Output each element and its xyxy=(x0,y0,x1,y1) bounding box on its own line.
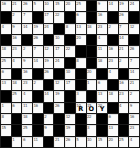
cell-number: 7 xyxy=(34,46,36,51)
cell-number: 16 xyxy=(119,80,123,85)
cell[interactable]: 11 xyxy=(22,103,32,113)
cell[interactable]: 4 xyxy=(108,69,118,79)
cell-number: 9 xyxy=(130,103,132,108)
cell-number: 17 xyxy=(44,12,48,17)
cell[interactable]: 16 xyxy=(22,69,32,79)
cell-number: 16 xyxy=(12,35,16,40)
cell[interactable]: 23 xyxy=(129,125,139,135)
cell-number: 17 xyxy=(55,46,59,51)
cell-number: 16 xyxy=(98,12,102,17)
cell[interactable]: 16 xyxy=(33,103,43,113)
cell-number: 23 xyxy=(108,58,112,63)
cell-number: 20 xyxy=(87,69,91,74)
cell[interactable]: 25 xyxy=(76,1,86,11)
cell-number: 23 xyxy=(23,80,27,85)
black-cell xyxy=(87,1,97,11)
cell[interactable]: 19 xyxy=(44,58,54,68)
cell[interactable]: 18 xyxy=(1,46,11,56)
cell[interactable]: 4 xyxy=(129,137,139,147)
cell-number: 2 xyxy=(12,12,14,17)
cell-number: 4 xyxy=(108,69,110,74)
black-cell xyxy=(1,137,11,147)
cell-number: 13 xyxy=(76,24,80,29)
cell-number: 7 xyxy=(130,58,132,63)
cell-number: 12 xyxy=(130,24,134,29)
cell-number: 19 xyxy=(34,24,38,29)
cell-number: 15 xyxy=(55,1,59,6)
black-cell xyxy=(65,35,75,45)
cell[interactable]: 14 xyxy=(129,69,139,79)
cell-number: 12 xyxy=(44,46,48,51)
cell-number: 24 xyxy=(55,58,59,63)
cell[interactable]: 5 xyxy=(76,137,86,147)
cell[interactable]: 24 xyxy=(129,1,139,11)
cell-number: 21 xyxy=(12,1,16,6)
cell[interactable]: 10 xyxy=(87,137,97,147)
cell-number: 26 xyxy=(23,1,27,6)
cell-number: 16 xyxy=(108,46,112,51)
black-cell xyxy=(65,58,75,68)
cell-number: 25 xyxy=(119,137,123,142)
cell[interactable]: 9 xyxy=(44,125,54,135)
cell[interactable]: 2 xyxy=(12,12,22,22)
cell-number: 3 xyxy=(87,125,89,130)
black-cell xyxy=(54,125,64,135)
cell[interactable]: 24 xyxy=(44,24,54,34)
cell[interactable]: 6 xyxy=(22,137,32,147)
cell-number: 2 xyxy=(130,91,132,96)
cell-number: 9 xyxy=(23,58,25,63)
black-cell xyxy=(97,114,107,124)
cell-number: 17 xyxy=(66,80,70,85)
cell[interactable]: 16 xyxy=(108,46,118,56)
cell-number: 7 xyxy=(23,12,25,17)
cell[interactable]: 20 xyxy=(76,35,86,45)
cell-number: 6 xyxy=(98,80,100,85)
cell[interactable]: 5 xyxy=(33,1,43,11)
black-cell xyxy=(22,35,32,45)
cell[interactable]: 19 xyxy=(119,1,129,11)
black-cell xyxy=(44,103,54,113)
cell[interactable]: 4 xyxy=(12,58,22,68)
cell-number: 20 xyxy=(108,137,112,142)
cell-number: 9 xyxy=(44,125,46,130)
cell[interactable]: 24 xyxy=(54,58,64,68)
cell[interactable]: 6 xyxy=(12,103,22,113)
cell-number: 14 xyxy=(34,58,38,63)
cell[interactable]: 10R xyxy=(76,103,86,113)
cell[interactable]: 9 xyxy=(12,24,22,34)
cell[interactable]: 21 xyxy=(54,137,64,147)
cell[interactable]: 26 xyxy=(22,1,32,11)
cell-number: 3 xyxy=(76,91,78,96)
cell-number: 16 xyxy=(130,114,134,119)
cell-number: 22 xyxy=(87,114,91,119)
cell[interactable]: 21 xyxy=(119,46,129,56)
cell[interactable]: 12 xyxy=(44,46,54,56)
black-cell xyxy=(54,24,64,34)
cell[interactable]: 13 xyxy=(108,125,118,135)
cell-number: 18 xyxy=(98,58,102,63)
cell[interactable]: 23 xyxy=(12,46,22,56)
cell[interactable]: 17 xyxy=(44,12,54,22)
cell-number: 21 xyxy=(119,46,123,51)
cell-number: 18 xyxy=(12,80,16,85)
cell-number: 10 xyxy=(55,35,59,40)
cell-number: 25 xyxy=(12,91,16,96)
cell[interactable]: 2 xyxy=(119,58,129,68)
black-cell xyxy=(33,114,43,124)
cell[interactable]: 21 xyxy=(12,1,22,11)
cell[interactable]: 18 xyxy=(12,80,22,90)
cell-number: 11 xyxy=(23,103,27,108)
cell[interactable]: 10 xyxy=(54,35,64,45)
black-cell xyxy=(1,35,11,45)
cell-number: 15 xyxy=(2,125,6,130)
cell-number: 25 xyxy=(2,58,6,63)
cell[interactable]: 20Y xyxy=(97,103,107,113)
cell[interactable]: 4 xyxy=(1,24,11,34)
cell-number: 19 xyxy=(66,125,70,130)
cell-number: 14 xyxy=(130,69,134,74)
cell-letter: O xyxy=(87,106,97,113)
black-cell xyxy=(76,46,86,56)
cell[interactable]: 19 xyxy=(65,125,75,135)
cell-number: 14 xyxy=(108,1,112,6)
cell[interactable]: 26 xyxy=(44,69,54,79)
cell-number: 9 xyxy=(98,1,100,6)
cell-number: 18 xyxy=(108,91,112,96)
cell-number: 19 xyxy=(119,1,123,6)
cell-number: 23 xyxy=(98,24,102,29)
black-cell xyxy=(76,80,86,90)
cell[interactable]: 25 xyxy=(12,91,22,101)
cell-number: 23 xyxy=(12,46,16,51)
cell-number: 16 xyxy=(23,69,27,74)
cell-number: 13 xyxy=(2,80,6,85)
cell-number: 5 xyxy=(76,137,78,142)
black-cell xyxy=(54,69,64,79)
cell[interactable]: 12 xyxy=(54,80,64,90)
cell[interactable]: 26 xyxy=(129,46,139,56)
cell[interactable]: 26 xyxy=(65,137,75,147)
cell[interactable]: 23 xyxy=(22,80,32,90)
codeword-grid: 1621265101520259141924271722616264914192… xyxy=(0,0,140,148)
cell-number: 25 xyxy=(76,1,80,6)
cell[interactable]: 7 xyxy=(119,24,129,34)
cell[interactable]: 26 xyxy=(119,12,129,22)
cell[interactable]: 14 xyxy=(119,35,129,45)
cell[interactable]: 12 xyxy=(129,24,139,34)
cell-number: 23 xyxy=(119,91,123,96)
cell-number: 12 xyxy=(66,114,70,119)
cell[interactable]: 9 xyxy=(129,103,139,113)
cell[interactable]: 7 xyxy=(33,46,43,56)
cell-number: 19 xyxy=(44,58,48,63)
cell-number: 2 xyxy=(34,80,36,85)
cell-number: 8 xyxy=(76,58,78,63)
cell[interactable]: 7 xyxy=(22,12,32,22)
cell[interactable]: 14 xyxy=(108,1,118,11)
cell-letter: Y xyxy=(97,106,107,113)
cell[interactable]: 1 xyxy=(87,80,97,90)
black-cell xyxy=(119,69,129,79)
black-cell xyxy=(76,125,86,135)
black-cell xyxy=(87,46,97,56)
cell[interactable]: 15 xyxy=(1,125,11,135)
cell[interactable]: 16 xyxy=(129,114,139,124)
cell-number: 23 xyxy=(130,125,134,130)
cell-number: 4 xyxy=(130,137,132,142)
cell-number: 6 xyxy=(108,114,110,119)
cell-number: 20 xyxy=(76,35,80,40)
black-cell xyxy=(33,69,43,79)
cell[interactable]: 16 xyxy=(119,80,129,90)
cell[interactable]: 3 xyxy=(87,125,97,135)
cell-number: 18 xyxy=(23,114,27,119)
cell-number: 8 xyxy=(2,114,4,119)
black-cell xyxy=(87,35,97,45)
cell-number: 16 xyxy=(2,1,6,6)
cell[interactable]: 6 xyxy=(97,80,107,90)
cell[interactable]: 2 xyxy=(33,80,43,90)
cell[interactable]: 8 xyxy=(1,114,11,124)
cell[interactable]: 11 xyxy=(97,46,107,56)
black-cell xyxy=(44,80,54,90)
cell[interactable]: 10 xyxy=(65,69,75,79)
black-cell xyxy=(119,125,129,135)
black-cell xyxy=(65,12,75,22)
cell-number: 15 xyxy=(98,137,102,142)
cell-number: 4 xyxy=(98,35,100,40)
black-cell xyxy=(33,91,43,101)
cell-number: 14 xyxy=(23,24,27,29)
black-cell xyxy=(12,69,22,79)
cell-number: 25 xyxy=(23,125,27,130)
cell-number: 10 xyxy=(87,137,91,142)
cell-number: 26 xyxy=(34,35,38,40)
cell[interactable]: 7 xyxy=(129,58,139,68)
cell[interactable]: 14 xyxy=(22,24,32,34)
cell[interactable]: 16 xyxy=(97,12,107,22)
cell[interactable]: 12 xyxy=(65,114,75,124)
cell[interactable]: 6 xyxy=(76,12,86,22)
cell-number: 11 xyxy=(98,46,102,51)
cell[interactable]: 2 xyxy=(22,46,32,56)
cell[interactable]: 25 xyxy=(119,137,129,147)
cell[interactable]: 4 xyxy=(22,91,32,101)
cell[interactable]: 2 xyxy=(108,24,118,34)
cell[interactable]: 3 xyxy=(76,91,86,101)
cell[interactable]: 20 xyxy=(65,1,75,11)
black-cell xyxy=(108,103,118,113)
cell[interactable]: 19 xyxy=(54,91,64,101)
cell-number: 22 xyxy=(55,12,59,17)
cell[interactable]: 1 xyxy=(12,137,22,147)
cell-number: 26 xyxy=(119,12,123,17)
cell-number: 2 xyxy=(44,114,46,119)
cell-number: 8 xyxy=(66,24,68,29)
cell-number: 6 xyxy=(2,69,4,74)
cell-number: 5 xyxy=(34,1,36,6)
cell-letter: R xyxy=(76,106,86,113)
cell-number: 4 xyxy=(12,58,14,63)
cell[interactable]: 10 xyxy=(44,1,54,11)
cell[interactable]: 1 xyxy=(1,103,11,113)
black-cell xyxy=(97,69,107,79)
cell-number: 10 xyxy=(44,1,48,6)
cell-number: 4 xyxy=(23,91,25,96)
cell[interactable]: 15 xyxy=(97,137,107,147)
black-cell xyxy=(54,114,64,124)
cell[interactable]: 22 xyxy=(65,46,75,56)
black-cell xyxy=(44,137,54,147)
black-cell xyxy=(76,69,86,79)
cell[interactable]: 2 xyxy=(129,91,139,101)
black-cell xyxy=(12,114,22,124)
cell[interactable]: 19 xyxy=(33,24,43,34)
cell[interactable]: 15 xyxy=(54,1,64,11)
cell-number: 12 xyxy=(55,80,59,85)
black-cell xyxy=(33,12,43,22)
cell[interactable]: 23 xyxy=(108,58,118,68)
cell-number: 14 xyxy=(119,35,123,40)
black-cell xyxy=(87,58,97,68)
cell-number: 6 xyxy=(76,12,78,17)
cell[interactable]: 14 xyxy=(33,58,43,68)
cell-number: 26 xyxy=(44,69,48,74)
cell[interactable]: 20 xyxy=(87,69,97,79)
black-cell xyxy=(65,91,75,101)
black-cell xyxy=(108,35,118,45)
cell[interactable]: 15O xyxy=(87,103,97,113)
black-cell xyxy=(76,114,86,124)
black-cell xyxy=(87,91,97,101)
cell[interactable]: 17 xyxy=(65,80,75,90)
cell-number: 26 xyxy=(130,46,134,51)
cell[interactable]: 14 xyxy=(44,91,54,101)
cell[interactable]: 13 xyxy=(97,91,107,101)
black-cell xyxy=(108,80,118,90)
cell-number: 2 xyxy=(108,24,110,29)
cell[interactable]: 9 xyxy=(97,1,107,11)
cell[interactable]: 23 xyxy=(97,24,107,34)
black-cell xyxy=(1,12,11,22)
cell-number: 4 xyxy=(2,24,4,29)
cell[interactable]: 21 xyxy=(129,80,139,90)
cell[interactable]: 8 xyxy=(65,24,75,34)
cell-number: 26 xyxy=(55,103,59,108)
cell-number: 21 xyxy=(130,80,134,85)
cell-number: 21 xyxy=(55,137,59,142)
cell[interactable]: 18 xyxy=(87,24,97,34)
cell[interactable]: 17 xyxy=(54,46,64,56)
black-cell xyxy=(33,125,43,135)
cell-number: 1 xyxy=(2,103,4,108)
cell-number: 6 xyxy=(23,137,25,142)
cell[interactable]: 4 xyxy=(97,35,107,45)
cell[interactable]: 26 xyxy=(54,103,64,113)
cell[interactable]: 4 xyxy=(119,103,129,113)
cell[interactable]: 22 xyxy=(87,114,97,124)
cell-number: 14 xyxy=(44,91,48,96)
cell[interactable]: 16 xyxy=(12,35,22,45)
cell-number: 7 xyxy=(119,24,121,29)
black-cell xyxy=(12,125,22,135)
cell-number: 6 xyxy=(12,103,14,108)
cell[interactable]: 26 xyxy=(33,35,43,45)
cell-number: 18 xyxy=(2,46,6,51)
cell-number: 1 xyxy=(87,80,89,85)
cell-number: 19 xyxy=(55,91,59,96)
cell[interactable]: 18 xyxy=(97,58,107,68)
cell-number: 13 xyxy=(98,91,102,96)
cell[interactable]: 13 xyxy=(76,24,86,34)
cell[interactable]: 25 xyxy=(1,58,11,68)
cell-number: 22 xyxy=(66,46,70,51)
cell[interactable]: 18 xyxy=(22,114,32,124)
black-cell xyxy=(1,91,11,101)
cell-number: 2 xyxy=(23,46,25,51)
black-cell xyxy=(87,12,97,22)
cell-number: 24 xyxy=(130,1,134,6)
cell-number: 11 xyxy=(34,137,38,142)
cell[interactable]: 2 xyxy=(44,114,54,124)
cell[interactable]: 6 xyxy=(108,114,118,124)
black-cell xyxy=(65,103,75,113)
cell-number: 4 xyxy=(119,103,121,108)
cell-number: 9 xyxy=(12,24,14,29)
cell[interactable]: 16 xyxy=(1,1,11,11)
cell-number: 20 xyxy=(66,1,70,6)
black-cell xyxy=(97,125,107,135)
black-cell xyxy=(119,114,129,124)
cell-number: 26 xyxy=(66,137,70,142)
cell[interactable]: 6 xyxy=(1,69,11,79)
cell[interactable]: 13 xyxy=(1,80,11,90)
black-cell xyxy=(129,35,139,45)
cell-number: 16 xyxy=(34,103,38,108)
cell[interactable]: 22 xyxy=(54,12,64,22)
cell[interactable]: 25 xyxy=(22,125,32,135)
black-cell xyxy=(108,12,118,22)
cell[interactable]: 20 xyxy=(108,137,118,147)
cell-number: 10 xyxy=(66,69,70,74)
cell[interactable]: 23 xyxy=(119,91,129,101)
cell-number: 2 xyxy=(119,58,121,63)
cell[interactable]: 11 xyxy=(33,137,43,147)
black-cell xyxy=(44,35,54,45)
cell-number: 24 xyxy=(44,24,48,29)
cell-number: 13 xyxy=(108,125,112,130)
cell[interactable]: 18 xyxy=(108,91,118,101)
black-cell xyxy=(129,12,139,22)
cell-number: 18 xyxy=(87,24,91,29)
cell[interactable]: 8 xyxy=(76,58,86,68)
cell-number: 1 xyxy=(12,137,14,142)
cell[interactable]: 9 xyxy=(22,58,32,68)
